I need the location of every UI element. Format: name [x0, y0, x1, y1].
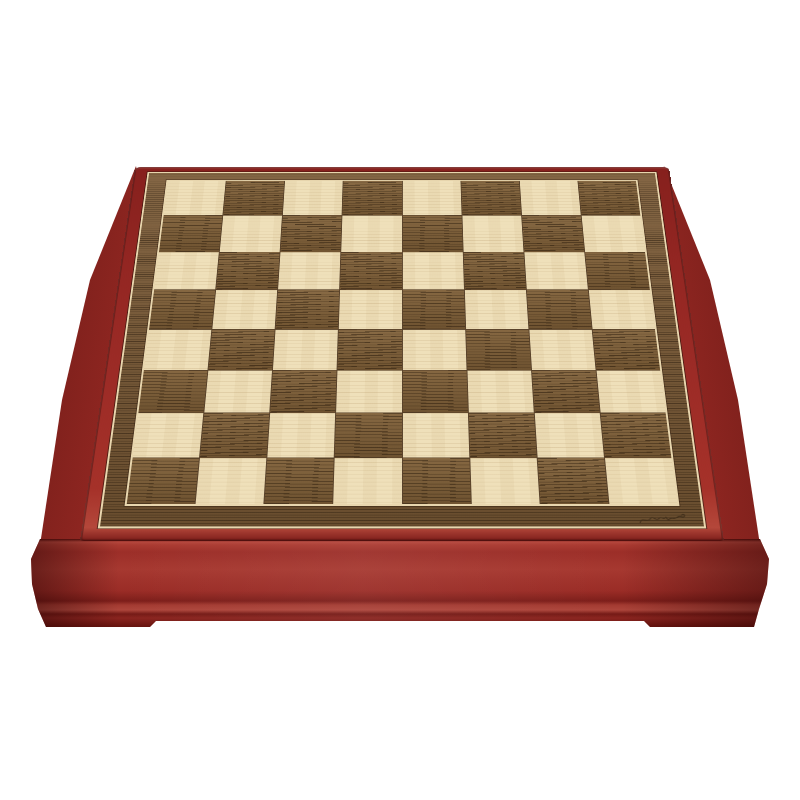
- square-b6[interactable]: [216, 252, 280, 289]
- square-a2[interactable]: [133, 413, 204, 457]
- square-h2[interactable]: [601, 413, 672, 457]
- square-d3[interactable]: [336, 370, 401, 412]
- square-e6[interactable]: [402, 252, 463, 289]
- square-b2[interactable]: [200, 413, 269, 457]
- square-a6[interactable]: [154, 252, 219, 289]
- square-g7[interactable]: [522, 216, 584, 252]
- square-f7[interactable]: [462, 216, 523, 252]
- square-c4[interactable]: [273, 329, 338, 369]
- square-f2[interactable]: [469, 413, 537, 457]
- chess-board-photo: [0, 0, 800, 800]
- square-e8[interactable]: [402, 181, 461, 216]
- square-e1[interactable]: [402, 458, 470, 504]
- square-b8[interactable]: [223, 181, 284, 216]
- square-a7[interactable]: [159, 216, 222, 252]
- square-a3[interactable]: [138, 370, 207, 412]
- square-h6[interactable]: [585, 252, 650, 289]
- square-d8[interactable]: [343, 181, 402, 216]
- box-front-apron: [30, 539, 770, 633]
- square-b1[interactable]: [196, 458, 267, 504]
- square-h4[interactable]: [592, 329, 660, 369]
- square-d6[interactable]: [340, 252, 401, 289]
- square-e4[interactable]: [402, 329, 466, 369]
- square-g2[interactable]: [535, 413, 604, 457]
- square-f8[interactable]: [461, 181, 521, 216]
- square-d5[interactable]: [339, 290, 401, 329]
- square-d7[interactable]: [342, 216, 402, 252]
- square-f6[interactable]: [463, 252, 525, 289]
- square-c7[interactable]: [281, 216, 342, 252]
- square-c1[interactable]: [265, 458, 334, 504]
- square-h1[interactable]: [605, 458, 677, 504]
- square-d1[interactable]: [334, 458, 402, 504]
- square-g5[interactable]: [527, 290, 592, 329]
- square-h8[interactable]: [578, 181, 640, 216]
- square-c3[interactable]: [270, 370, 336, 412]
- square-g3[interactable]: [532, 370, 600, 412]
- square-e2[interactable]: [402, 413, 468, 457]
- maker-signature: [636, 511, 690, 527]
- square-f3[interactable]: [467, 370, 533, 412]
- square-a1[interactable]: [127, 458, 199, 504]
- square-g1[interactable]: [537, 458, 608, 504]
- square-c6[interactable]: [278, 252, 340, 289]
- board-grid: [127, 181, 677, 504]
- square-f4[interactable]: [466, 329, 531, 369]
- square-g8[interactable]: [520, 181, 581, 216]
- square-c5[interactable]: [276, 290, 340, 329]
- square-a5[interactable]: [149, 290, 215, 329]
- square-g6[interactable]: [524, 252, 588, 289]
- square-c2[interactable]: [268, 413, 336, 457]
- square-g4[interactable]: [529, 329, 595, 369]
- board-top-surface: [80, 167, 724, 541]
- square-h7[interactable]: [582, 216, 645, 252]
- square-c8[interactable]: [283, 181, 343, 216]
- square-d2[interactable]: [335, 413, 401, 457]
- square-f1[interactable]: [470, 458, 539, 504]
- square-b7[interactable]: [220, 216, 282, 252]
- square-b5[interactable]: [212, 290, 277, 329]
- square-e3[interactable]: [402, 370, 467, 412]
- square-b3[interactable]: [204, 370, 272, 412]
- square-a4[interactable]: [144, 329, 212, 369]
- square-h5[interactable]: [589, 290, 655, 329]
- square-d4[interactable]: [338, 329, 402, 369]
- square-f5[interactable]: [465, 290, 529, 329]
- square-a8[interactable]: [164, 181, 226, 216]
- square-b4[interactable]: [209, 329, 275, 369]
- square-h3[interactable]: [596, 370, 665, 412]
- square-e7[interactable]: [402, 216, 462, 252]
- square-e5[interactable]: [402, 290, 464, 329]
